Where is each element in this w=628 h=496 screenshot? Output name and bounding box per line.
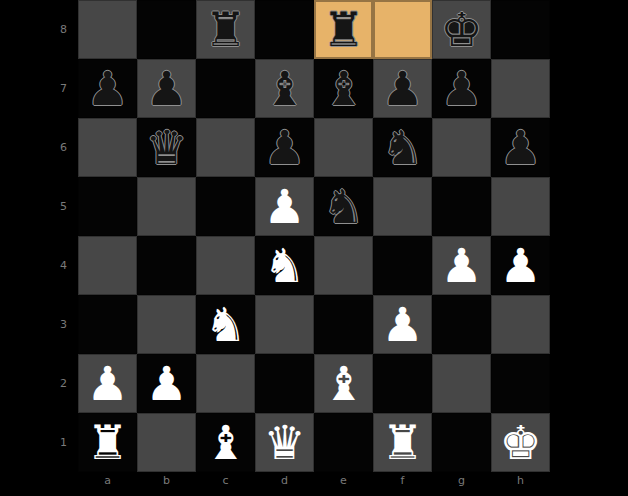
black-knight[interactable]: ♞ <box>381 118 423 177</box>
white-pawn[interactable]: ♟ <box>86 354 128 413</box>
square-d5[interactable]: ♟ <box>255 177 314 236</box>
file-label-e: e <box>314 472 373 496</box>
white-bishop[interactable]: ♝ <box>204 413 246 472</box>
square-g8[interactable]: ♚ <box>432 0 491 59</box>
square-d4[interactable]: ♞ <box>255 236 314 295</box>
rank-label-1: 1 <box>0 413 78 472</box>
square-b7[interactable]: ♟ <box>137 59 196 118</box>
square-e8[interactable]: ♜ <box>314 0 373 59</box>
rank-label-6: 6 <box>0 118 78 177</box>
square-d7[interactable]: ♝ <box>255 59 314 118</box>
square-f8[interactable] <box>373 0 432 59</box>
black-pawn[interactable]: ♟ <box>86 59 128 118</box>
square-g5[interactable] <box>432 177 491 236</box>
square-a4[interactable] <box>78 236 137 295</box>
square-a5[interactable] <box>78 177 137 236</box>
square-c5[interactable] <box>196 177 255 236</box>
square-b5[interactable] <box>137 177 196 236</box>
black-queen[interactable]: ♛ <box>145 118 187 177</box>
square-h1[interactable]: ♚ <box>491 413 550 472</box>
square-e6[interactable] <box>314 118 373 177</box>
square-c1[interactable]: ♝ <box>196 413 255 472</box>
square-b1[interactable] <box>137 413 196 472</box>
chess-board: ♜♜♚♟♟♝♝♟♟♛♟♞♟♟♞♞♟♟♞♟♟♟♝♜♝♛♜♚ <box>78 0 550 472</box>
chess-app: 87654321 ♜♜♚♟♟♝♝♟♟♛♟♞♟♟♞♞♟♟♞♟♟♟♝♜♝♛♜♚ ab… <box>0 0 628 496</box>
rank-label-7: 7 <box>0 59 78 118</box>
square-b2[interactable]: ♟ <box>137 354 196 413</box>
square-b8[interactable] <box>137 0 196 59</box>
square-h5[interactable] <box>491 177 550 236</box>
square-g6[interactable] <box>432 118 491 177</box>
file-label-b: b <box>137 472 196 496</box>
file-label-f: f <box>373 472 432 496</box>
black-pawn[interactable]: ♟ <box>145 59 187 118</box>
rank-label-3: 3 <box>0 295 78 354</box>
square-e1[interactable] <box>314 413 373 472</box>
black-knight[interactable]: ♞ <box>322 177 364 236</box>
square-h6[interactable]: ♟ <box>491 118 550 177</box>
square-b4[interactable] <box>137 236 196 295</box>
square-f5[interactable] <box>373 177 432 236</box>
white-pawn[interactable]: ♟ <box>145 354 187 413</box>
square-f6[interactable]: ♞ <box>373 118 432 177</box>
file-label-a: a <box>78 472 137 496</box>
square-h7[interactable] <box>491 59 550 118</box>
square-h4[interactable]: ♟ <box>491 236 550 295</box>
black-bishop[interactable]: ♝ <box>322 59 364 118</box>
white-pawn[interactable]: ♟ <box>440 236 482 295</box>
square-d1[interactable]: ♛ <box>255 413 314 472</box>
square-d6[interactable]: ♟ <box>255 118 314 177</box>
square-h8[interactable] <box>491 0 550 59</box>
white-pawn[interactable]: ♟ <box>263 177 305 236</box>
square-c3[interactable]: ♞ <box>196 295 255 354</box>
white-queen[interactable]: ♛ <box>263 413 305 472</box>
square-d8[interactable] <box>255 0 314 59</box>
square-g4[interactable]: ♟ <box>432 236 491 295</box>
square-g2[interactable] <box>432 354 491 413</box>
square-h2[interactable] <box>491 354 550 413</box>
square-g1[interactable] <box>432 413 491 472</box>
rank-label-5: 5 <box>0 177 78 236</box>
white-rook[interactable]: ♜ <box>86 413 128 472</box>
black-rook[interactable]: ♜ <box>322 0 364 59</box>
square-h3[interactable] <box>491 295 550 354</box>
square-f7[interactable]: ♟ <box>373 59 432 118</box>
rank-label-2: 2 <box>0 354 78 413</box>
square-c6[interactable] <box>196 118 255 177</box>
square-g3[interactable] <box>432 295 491 354</box>
square-f3[interactable]: ♟ <box>373 295 432 354</box>
square-c8[interactable]: ♜ <box>196 0 255 59</box>
rank-label-4: 4 <box>0 236 78 295</box>
board-column: ♜♜♚♟♟♝♝♟♟♛♟♞♟♟♞♞♟♟♞♟♟♟♝♜♝♛♜♚ abcdefgh <box>78 0 550 496</box>
square-g7[interactable]: ♟ <box>432 59 491 118</box>
square-e5[interactable]: ♞ <box>314 177 373 236</box>
square-f4[interactable] <box>373 236 432 295</box>
square-a8[interactable] <box>78 0 137 59</box>
square-d2[interactable] <box>255 354 314 413</box>
white-rook[interactable]: ♜ <box>381 413 423 472</box>
black-pawn[interactable]: ♟ <box>263 118 305 177</box>
white-king[interactable]: ♚ <box>499 413 541 472</box>
square-e4[interactable] <box>314 236 373 295</box>
square-c7[interactable] <box>196 59 255 118</box>
white-pawn[interactable]: ♟ <box>381 295 423 354</box>
square-c2[interactable] <box>196 354 255 413</box>
file-label-g: g <box>432 472 491 496</box>
black-bishop[interactable]: ♝ <box>263 59 305 118</box>
square-e3[interactable] <box>314 295 373 354</box>
black-pawn[interactable]: ♟ <box>440 59 482 118</box>
square-a1[interactable]: ♜ <box>78 413 137 472</box>
square-f2[interactable] <box>373 354 432 413</box>
square-e2[interactable]: ♝ <box>314 354 373 413</box>
square-e7[interactable]: ♝ <box>314 59 373 118</box>
rank-labels: 87654321 <box>0 0 78 496</box>
white-knight[interactable]: ♞ <box>204 295 246 354</box>
board-layout: 87654321 ♜♜♚♟♟♝♝♟♟♛♟♞♟♟♞♞♟♟♞♟♟♟♝♜♝♛♜♚ ab… <box>0 0 628 496</box>
rank-label-8: 8 <box>0 0 78 59</box>
black-rook[interactable]: ♜ <box>204 0 246 59</box>
square-b6[interactable]: ♛ <box>137 118 196 177</box>
black-king[interactable]: ♚ <box>440 0 482 59</box>
white-knight[interactable]: ♞ <box>263 236 305 295</box>
square-b3[interactable] <box>137 295 196 354</box>
square-a2[interactable]: ♟ <box>78 354 137 413</box>
black-pawn[interactable]: ♟ <box>499 118 541 177</box>
square-f1[interactable]: ♜ <box>373 413 432 472</box>
file-label-d: d <box>255 472 314 496</box>
square-a7[interactable]: ♟ <box>78 59 137 118</box>
white-bishop[interactable]: ♝ <box>322 354 364 413</box>
square-a6[interactable] <box>78 118 137 177</box>
square-a3[interactable] <box>78 295 137 354</box>
file-label-h: h <box>491 472 550 496</box>
square-c4[interactable] <box>196 236 255 295</box>
white-pawn[interactable]: ♟ <box>499 236 541 295</box>
black-pawn[interactable]: ♟ <box>381 59 423 118</box>
file-label-c: c <box>196 472 255 496</box>
file-labels: abcdefgh <box>78 472 550 496</box>
square-d3[interactable] <box>255 295 314 354</box>
